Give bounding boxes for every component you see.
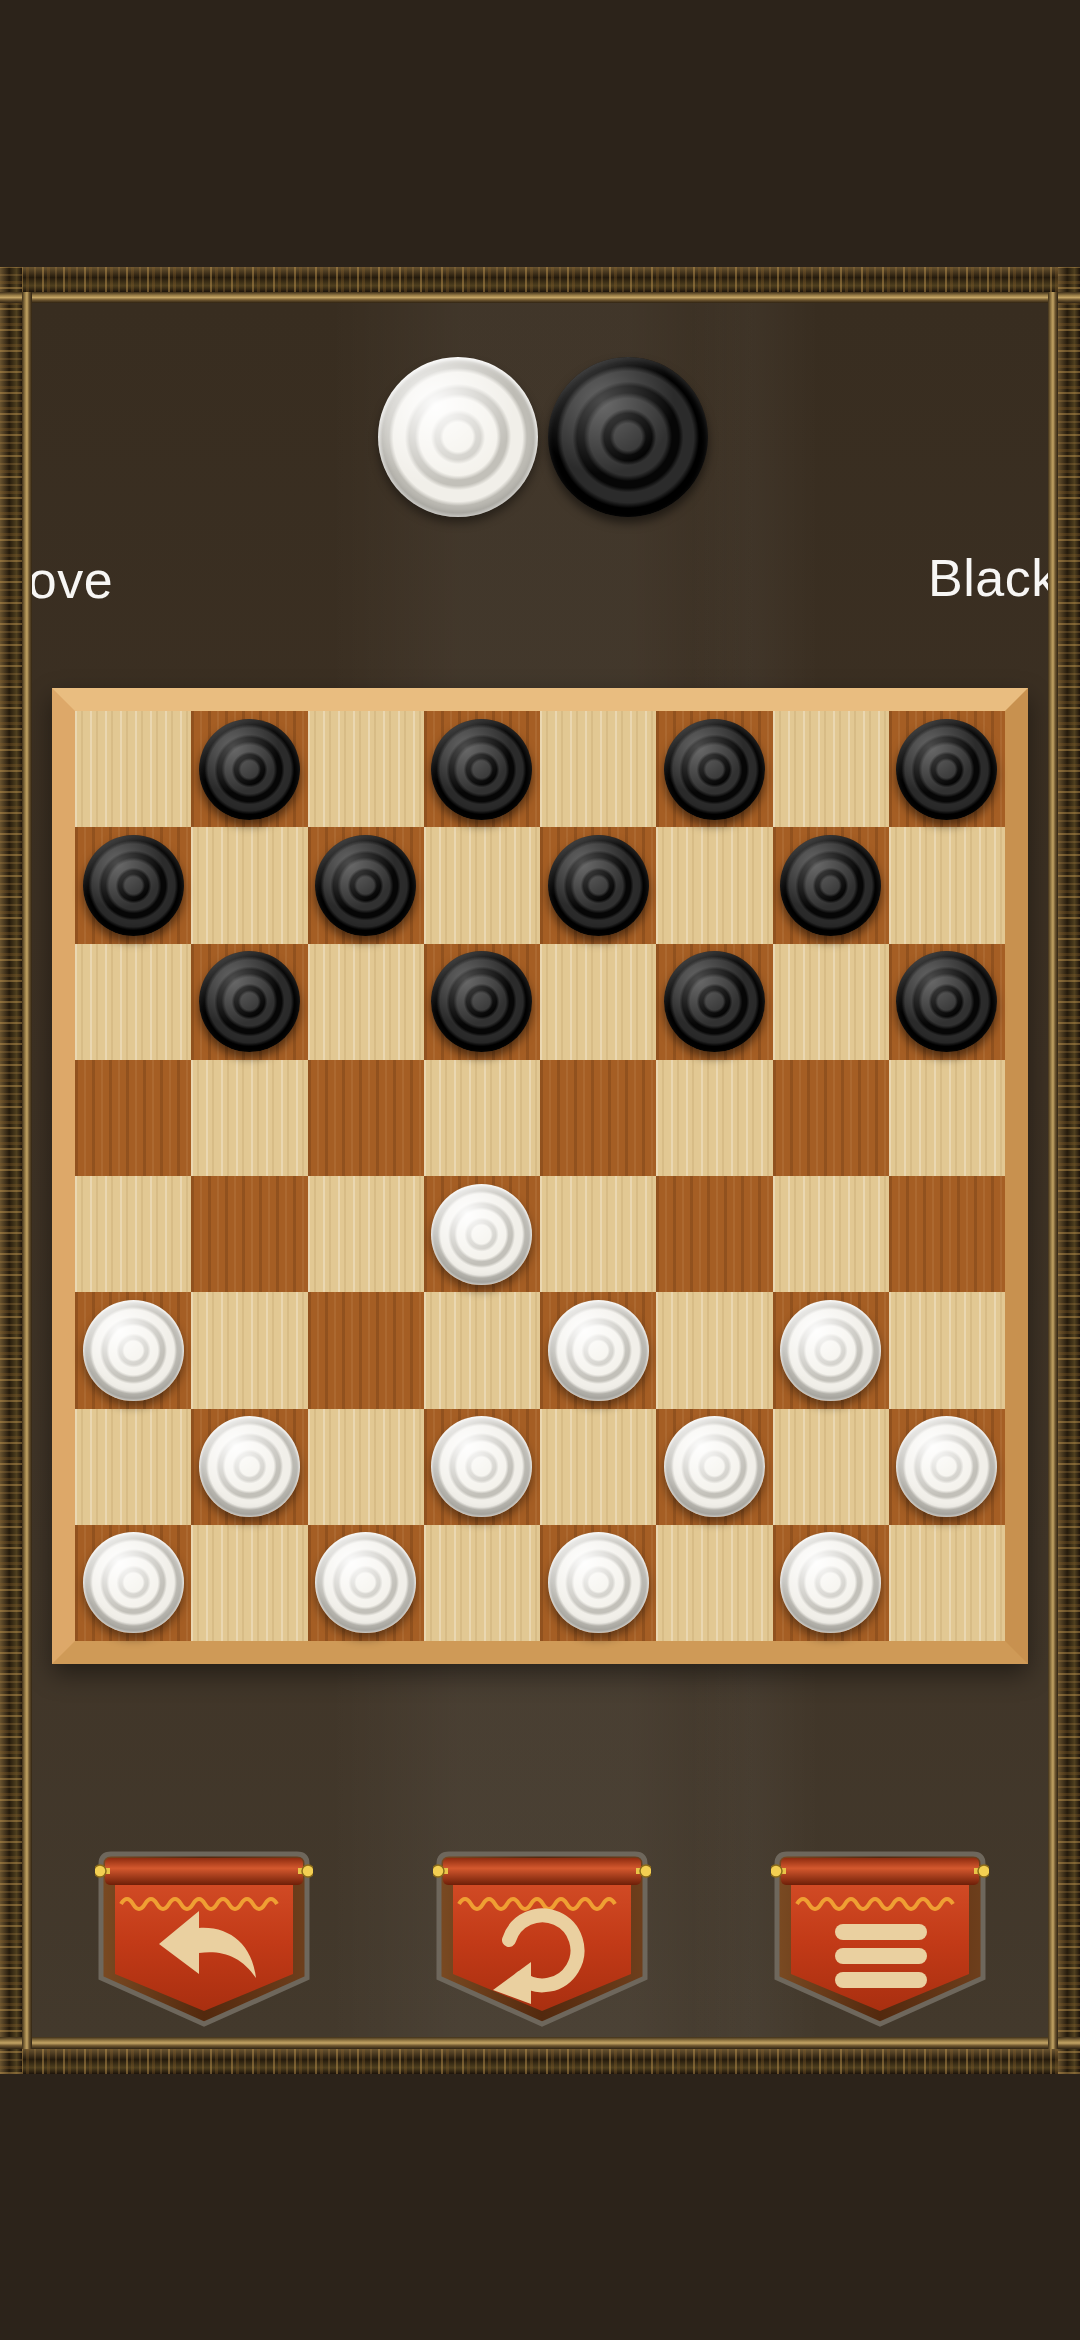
square-r3c3[interactable] <box>308 944 424 1060</box>
white-piece[interactable] <box>431 1416 532 1517</box>
square-r6c2[interactable] <box>191 1292 307 1408</box>
black-piece[interactable] <box>896 719 997 820</box>
ribbon-rod <box>443 1858 641 1885</box>
square-r6c6[interactable] <box>656 1292 772 1408</box>
square-r2c7[interactable] <box>773 827 889 943</box>
square-r6c4[interactable] <box>424 1292 540 1408</box>
square-r4c4[interactable] <box>424 1060 540 1176</box>
square-r8c5[interactable] <box>540 1525 656 1641</box>
square-r1c4[interactable] <box>424 711 540 827</box>
square-r7c5[interactable] <box>540 1409 656 1525</box>
square-r2c6[interactable] <box>656 827 772 943</box>
black-piece[interactable] <box>548 835 649 936</box>
frame-ornament-right <box>1058 267 1080 2074</box>
square-r3c7[interactable] <box>773 944 889 1060</box>
square-r3c2[interactable] <box>191 944 307 1060</box>
square-r1c5[interactable] <box>540 711 656 827</box>
white-piece[interactable] <box>548 1532 649 1633</box>
square-r2c4[interactable] <box>424 827 540 943</box>
white-piece[interactable] <box>780 1300 881 1401</box>
black-piece[interactable] <box>83 835 184 936</box>
frame-gold-bar-bottom <box>0 2037 1080 2049</box>
square-r6c7[interactable] <box>773 1292 889 1408</box>
black-piece[interactable] <box>664 951 765 1052</box>
menu-button[interactable] <box>771 1848 989 2034</box>
square-r1c6[interactable] <box>656 711 772 827</box>
square-r3c5[interactable] <box>540 944 656 1060</box>
square-r8c8[interactable] <box>889 1525 1005 1641</box>
square-r8c6[interactable] <box>656 1525 772 1641</box>
black-piece[interactable] <box>431 719 532 820</box>
square-r8c2[interactable] <box>191 1525 307 1641</box>
square-r4c7[interactable] <box>773 1060 889 1176</box>
square-r2c2[interactable] <box>191 827 307 943</box>
square-r5c6[interactable] <box>656 1176 772 1292</box>
black-piece[interactable] <box>199 719 300 820</box>
square-r5c7[interactable] <box>773 1176 889 1292</box>
restart-button[interactable] <box>433 1848 651 2034</box>
white-piece[interactable] <box>780 1532 881 1633</box>
board-grid <box>75 711 1005 1641</box>
undo-button[interactable] <box>95 1848 313 2034</box>
square-r4c8[interactable] <box>889 1060 1005 1176</box>
checkers-board <box>52 688 1028 1664</box>
square-r2c8[interactable] <box>889 827 1005 943</box>
square-r2c5[interactable] <box>540 827 656 943</box>
white-piece[interactable] <box>83 1300 184 1401</box>
square-r7c4[interactable] <box>424 1409 540 1525</box>
white-piece[interactable] <box>664 1416 765 1517</box>
square-r4c6[interactable] <box>656 1060 772 1176</box>
square-r1c2[interactable] <box>191 711 307 827</box>
white-piece[interactable] <box>199 1416 300 1517</box>
square-r4c3[interactable] <box>308 1060 424 1176</box>
frame-ornament-bottom <box>0 2049 1080 2074</box>
square-r1c1[interactable] <box>75 711 191 827</box>
square-r3c6[interactable] <box>656 944 772 1060</box>
square-r5c3[interactable] <box>308 1176 424 1292</box>
black-piece[interactable] <box>315 835 416 936</box>
square-r8c3[interactable] <box>308 1525 424 1641</box>
undo-ribbon-graphic <box>95 1848 313 2034</box>
square-r2c3[interactable] <box>308 827 424 943</box>
square-r8c1[interactable] <box>75 1525 191 1641</box>
square-r6c3[interactable] <box>308 1292 424 1408</box>
black-piece[interactable] <box>780 835 881 936</box>
square-r2c1[interactable] <box>75 827 191 943</box>
black-turn-indicator-piece <box>548 357 708 517</box>
square-r5c5[interactable] <box>540 1176 656 1292</box>
black-piece[interactable] <box>896 951 997 1052</box>
frame-gold-bar-left <box>22 292 32 2049</box>
square-r5c2[interactable] <box>191 1176 307 1292</box>
square-r8c7[interactable] <box>773 1525 889 1641</box>
square-r6c8[interactable] <box>889 1292 1005 1408</box>
square-r5c8[interactable] <box>889 1176 1005 1292</box>
white-piece[interactable] <box>315 1532 416 1633</box>
square-r7c3[interactable] <box>308 1409 424 1525</box>
square-r5c4[interactable] <box>424 1176 540 1292</box>
square-r7c1[interactable] <box>75 1409 191 1525</box>
square-r7c8[interactable] <box>889 1409 1005 1525</box>
ribbon-rod <box>105 1858 303 1885</box>
black-piece[interactable] <box>431 951 532 1052</box>
square-r1c7[interactable] <box>773 711 889 827</box>
white-piece[interactable] <box>548 1300 649 1401</box>
menu-ribbon-graphic <box>771 1848 989 2034</box>
square-r7c2[interactable] <box>191 1409 307 1525</box>
square-r1c8[interactable] <box>889 711 1005 827</box>
square-r4c2[interactable] <box>191 1060 307 1176</box>
frame-gold-bar-right <box>1048 292 1058 2049</box>
square-r7c6[interactable] <box>656 1409 772 1525</box>
white-turn-indicator-piece <box>378 357 538 517</box>
ribbon-rod <box>781 1858 979 1885</box>
square-r4c5[interactable] <box>540 1060 656 1176</box>
square-r3c8[interactable] <box>889 944 1005 1060</box>
frame-gold-bar-top <box>0 292 1080 303</box>
square-r3c4[interactable] <box>424 944 540 1060</box>
white-piece[interactable] <box>83 1532 184 1633</box>
square-r1c3[interactable] <box>308 711 424 827</box>
menu-icon <box>835 1924 927 1988</box>
square-r6c5[interactable] <box>540 1292 656 1408</box>
square-r8c4[interactable] <box>424 1525 540 1641</box>
square-r3c1[interactable] <box>75 944 191 1060</box>
square-r7c7[interactable] <box>773 1409 889 1525</box>
square-r5c1[interactable] <box>75 1176 191 1292</box>
restart-ribbon-graphic <box>433 1848 651 2034</box>
frame-ornament-left <box>0 267 22 2074</box>
white-piece[interactable] <box>896 1416 997 1517</box>
checkers-app-screen: move Black p <box>0 0 1080 2340</box>
black-piece[interactable] <box>199 951 300 1052</box>
white-piece[interactable] <box>431 1184 532 1285</box>
frame-ornament-top <box>0 267 1080 292</box>
black-piece[interactable] <box>664 719 765 820</box>
square-r6c1[interactable] <box>75 1292 191 1408</box>
square-r4c1[interactable] <box>75 1060 191 1176</box>
